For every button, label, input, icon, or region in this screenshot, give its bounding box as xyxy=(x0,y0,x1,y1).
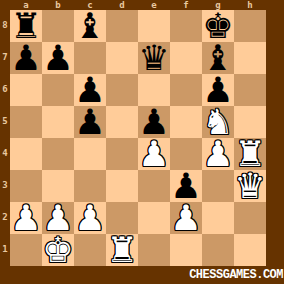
rank-label-1: 1 xyxy=(0,234,10,266)
square-a4 xyxy=(10,138,42,170)
square-e4: ♟ xyxy=(138,138,170,170)
square-d5 xyxy=(106,106,138,138)
square-a6 xyxy=(10,74,42,106)
square-f7 xyxy=(170,42,202,74)
square-b1: ♚ xyxy=(42,234,74,266)
square-e1 xyxy=(138,234,170,266)
black-queen: ♛ xyxy=(138,42,169,74)
square-c1 xyxy=(74,234,106,266)
square-h6 xyxy=(234,74,266,106)
square-h1 xyxy=(234,234,266,266)
square-e7: ♛ xyxy=(138,42,170,74)
square-h8 xyxy=(234,10,266,42)
white-rook: ♜ xyxy=(106,234,137,266)
file-label-h: h xyxy=(234,0,266,10)
rank-label-3: 3 xyxy=(0,170,10,202)
square-b4 xyxy=(42,138,74,170)
square-g3 xyxy=(202,170,234,202)
square-b5 xyxy=(42,106,74,138)
square-d8 xyxy=(106,10,138,42)
square-a5 xyxy=(10,106,42,138)
square-d4 xyxy=(106,138,138,170)
square-a2: ♟ xyxy=(10,202,42,234)
rank-label-8: 8 xyxy=(0,10,10,42)
file-label-f: f xyxy=(170,0,202,10)
black-pawn: ♟ xyxy=(10,42,41,74)
square-f1 xyxy=(170,234,202,266)
square-h3: ♛ xyxy=(234,170,266,202)
white-pawn: ♟ xyxy=(74,202,105,234)
file-label-b: b xyxy=(42,0,74,10)
white-queen: ♛ xyxy=(234,170,265,202)
white-pawn: ♟ xyxy=(138,138,169,170)
square-h2 xyxy=(234,202,266,234)
square-d6 xyxy=(106,74,138,106)
rank-label-7: 7 xyxy=(0,42,10,74)
black-pawn: ♟ xyxy=(74,106,105,138)
square-b6 xyxy=(42,74,74,106)
square-c8: ♝ xyxy=(74,10,106,42)
rank-label-5: 5 xyxy=(0,106,10,138)
rank-label-6: 6 xyxy=(0,74,10,106)
black-pawn: ♟ xyxy=(42,42,73,74)
site-branding: CHESSGAMES.COM xyxy=(189,268,283,282)
square-a1 xyxy=(10,234,42,266)
square-c2: ♟ xyxy=(74,202,106,234)
square-e3 xyxy=(138,170,170,202)
square-b7: ♟ xyxy=(42,42,74,74)
square-c5: ♟ xyxy=(74,106,106,138)
square-h7 xyxy=(234,42,266,74)
chess-diagram: abcdefgh 87654321 ♜♝♚♟♟♛♝♟♟♟♟♞♟♟♜♟♛♟♟♟♟♚… xyxy=(0,0,284,284)
file-label-e: e xyxy=(138,0,170,10)
white-pawn: ♟ xyxy=(170,202,201,234)
square-f8 xyxy=(170,10,202,42)
square-a7: ♟ xyxy=(10,42,42,74)
square-f6 xyxy=(170,74,202,106)
square-g4: ♟ xyxy=(202,138,234,170)
black-bishop: ♝ xyxy=(74,10,105,42)
square-g2 xyxy=(202,202,234,234)
square-f2: ♟ xyxy=(170,202,202,234)
white-king: ♚ xyxy=(42,234,73,266)
rank-label-4: 4 xyxy=(0,138,10,170)
square-d7 xyxy=(106,42,138,74)
square-f5 xyxy=(170,106,202,138)
square-c4 xyxy=(74,138,106,170)
file-label-d: d xyxy=(106,0,138,10)
square-e2 xyxy=(138,202,170,234)
square-d3 xyxy=(106,170,138,202)
square-g1 xyxy=(202,234,234,266)
white-pawn: ♟ xyxy=(10,202,41,234)
white-pawn: ♟ xyxy=(202,138,233,170)
chess-board: ♜♝♚♟♟♛♝♟♟♟♟♞♟♟♜♟♛♟♟♟♟♚♜ xyxy=(10,10,266,266)
rank-label-2: 2 xyxy=(0,202,10,234)
square-d1: ♜ xyxy=(106,234,138,266)
